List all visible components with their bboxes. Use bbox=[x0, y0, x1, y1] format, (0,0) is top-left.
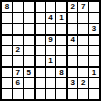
cell-r3c2-empty[interactable] bbox=[13, 24, 23, 34]
cell-r5c8-empty[interactable] bbox=[78, 46, 88, 56]
cell-r3c7-empty[interactable] bbox=[67, 24, 77, 34]
cell-r4c9-empty[interactable] bbox=[89, 35, 99, 45]
cell-r2c1-empty[interactable] bbox=[2, 13, 12, 23]
cell-r3c5-empty[interactable] bbox=[46, 24, 56, 34]
cell-r7c1-empty[interactable] bbox=[2, 67, 12, 77]
cell-r4c2-empty[interactable] bbox=[13, 35, 23, 45]
cell-r3c8-empty[interactable] bbox=[78, 24, 88, 34]
cell-r1c9-empty[interactable] bbox=[89, 2, 99, 12]
cell-r2c4-empty[interactable] bbox=[35, 13, 45, 23]
cell-r6c2-empty[interactable] bbox=[13, 56, 23, 66]
cell-r9c4-empty[interactable] bbox=[35, 89, 45, 99]
cell-r1c4-empty[interactable] bbox=[35, 2, 45, 12]
cell-r9c9-given[interactable] bbox=[89, 89, 99, 99]
cell-r9c8-given[interactable] bbox=[78, 89, 88, 99]
cell-r2c6-given[interactable]: 1 bbox=[56, 13, 66, 23]
cell-r9c1-empty[interactable] bbox=[2, 89, 12, 99]
cell-r5c5-empty[interactable] bbox=[46, 46, 56, 56]
sudoku-board: 82741394217581632 bbox=[0, 0, 101, 101]
cell-r4c5-given[interactable]: 9 bbox=[46, 35, 56, 45]
cell-r5c9-empty[interactable] bbox=[89, 46, 99, 56]
cell-r4c1-empty[interactable] bbox=[2, 35, 12, 45]
cell-r2c9-empty[interactable] bbox=[89, 13, 99, 23]
cell-r9c6-empty[interactable] bbox=[56, 89, 66, 99]
cell-r5c3-empty[interactable] bbox=[24, 46, 34, 56]
cell-r3c6-empty[interactable] bbox=[56, 24, 66, 34]
cell-r9c3-empty[interactable] bbox=[24, 89, 34, 99]
cell-r5c7-empty[interactable] bbox=[67, 46, 77, 56]
cell-r9c7-empty[interactable] bbox=[67, 89, 77, 99]
cell-r1c6-empty[interactable] bbox=[56, 2, 66, 12]
cell-r2c5-given[interactable]: 4 bbox=[46, 13, 56, 23]
cell-r1c2-empty[interactable] bbox=[13, 2, 23, 12]
cell-r8c1-empty[interactable] bbox=[2, 78, 12, 88]
cell-r2c2-empty[interactable] bbox=[13, 13, 23, 23]
cell-r2c3-empty[interactable] bbox=[24, 13, 34, 23]
cell-r4c6-empty[interactable] bbox=[56, 35, 66, 45]
cell-r8c5-empty[interactable] bbox=[46, 78, 56, 88]
cell-r7c6-given[interactable]: 8 bbox=[56, 67, 66, 77]
cell-r2c8-empty[interactable] bbox=[78, 13, 88, 23]
cell-r3c4-empty[interactable] bbox=[35, 24, 45, 34]
cell-r6c5-given[interactable]: 1 bbox=[46, 56, 56, 66]
cell-r4c7-given[interactable]: 4 bbox=[67, 35, 77, 45]
cell-r2c7-empty[interactable] bbox=[67, 13, 77, 23]
cell-r8c6-empty[interactable] bbox=[56, 78, 66, 88]
cell-r1c1-given[interactable]: 8 bbox=[2, 2, 12, 12]
cell-r8c8-given[interactable]: 2 bbox=[78, 78, 88, 88]
cell-r6c3-empty[interactable] bbox=[24, 56, 34, 66]
cell-r7c5-empty[interactable] bbox=[46, 67, 56, 77]
cell-r7c9-given[interactable]: 1 bbox=[89, 67, 99, 77]
cell-r1c5-empty[interactable] bbox=[46, 2, 56, 12]
cell-r7c3-given[interactable]: 5 bbox=[24, 67, 34, 77]
cell-r3c1-empty[interactable] bbox=[2, 24, 12, 34]
cell-r3c3-empty[interactable] bbox=[24, 24, 34, 34]
cell-r6c8-empty[interactable] bbox=[78, 56, 88, 66]
cell-r5c1-empty[interactable] bbox=[2, 46, 12, 56]
cell-r5c2-given[interactable]: 2 bbox=[13, 46, 23, 56]
cell-r8c9-empty[interactable] bbox=[89, 78, 99, 88]
cell-r6c6-empty[interactable] bbox=[56, 56, 66, 66]
cell-r8c2-given[interactable]: 6 bbox=[13, 78, 23, 88]
cell-r5c6-empty[interactable] bbox=[56, 46, 66, 56]
cell-r8c3-empty[interactable] bbox=[24, 78, 34, 88]
cell-r4c3-empty[interactable] bbox=[24, 35, 34, 45]
cell-r9c5-empty[interactable] bbox=[46, 89, 56, 99]
cell-r6c7-empty[interactable] bbox=[67, 56, 77, 66]
cell-r1c8-given[interactable]: 7 bbox=[78, 2, 88, 12]
cell-r6c4-empty[interactable] bbox=[35, 56, 45, 66]
cell-r1c3-empty[interactable] bbox=[24, 2, 34, 12]
cell-r7c8-empty[interactable] bbox=[78, 67, 88, 77]
cell-r6c9-empty[interactable] bbox=[89, 56, 99, 66]
cell-r9c2-empty[interactable] bbox=[13, 89, 23, 99]
cell-r5c4-empty[interactable] bbox=[35, 46, 45, 56]
cell-r4c4-empty[interactable] bbox=[35, 35, 45, 45]
cell-r1c7-given[interactable]: 2 bbox=[67, 2, 77, 12]
cell-r3c9-given[interactable]: 3 bbox=[89, 24, 99, 34]
cell-r8c7-given[interactable]: 3 bbox=[67, 78, 77, 88]
cell-r8c4-empty[interactable] bbox=[35, 78, 45, 88]
cell-r7c2-given[interactable]: 7 bbox=[13, 67, 23, 77]
cell-r7c7-empty[interactable] bbox=[67, 67, 77, 77]
cell-r7c4-empty[interactable] bbox=[35, 67, 45, 77]
cell-r6c1-empty[interactable] bbox=[2, 56, 12, 66]
cell-r4c8-empty[interactable] bbox=[78, 35, 88, 45]
